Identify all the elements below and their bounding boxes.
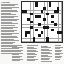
white-cell[interactable] — [59, 39, 62, 42]
down-clues-column: DOWN — [41, 45, 53, 63]
down-heading: DOWN — [41, 45, 45, 46]
clue-line — [55, 59, 60, 60]
across-heading: ACROSS — [1, 1, 7, 2]
clue-line — [41, 61, 52, 62]
clue-line — [12, 60, 20, 61]
bottom-clues-column-2 — [27, 45, 39, 62]
crossword-grid[interactable] — [21, 1, 63, 43]
clue-line — [27, 60, 35, 61]
bottom-clues-column-1 — [12, 45, 24, 62]
crossword-page: ACROSS DOWN — [0, 0, 64, 64]
bottom-clues-column-4 — [55, 45, 64, 60]
